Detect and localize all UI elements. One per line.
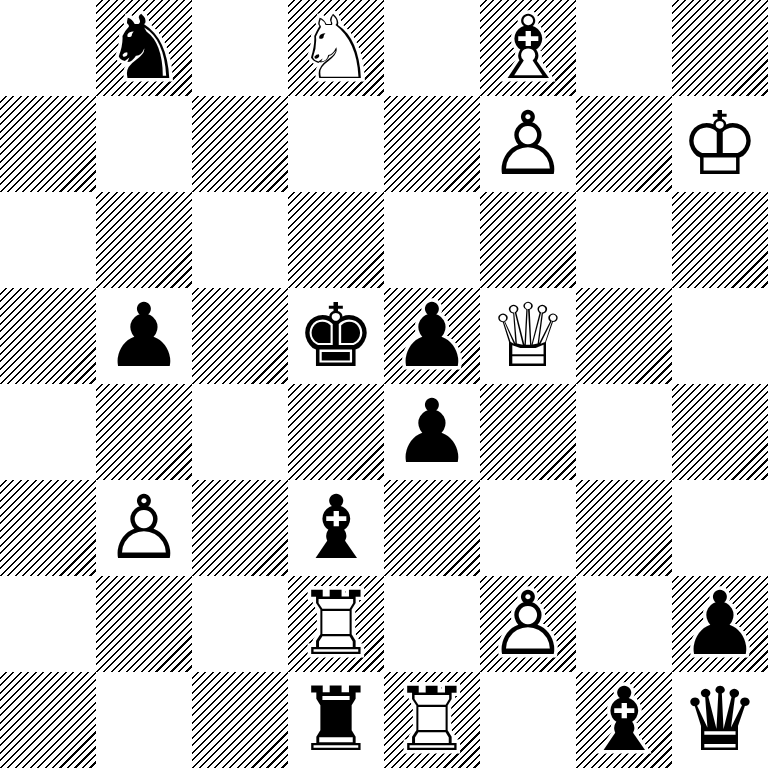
black-bishop[interactable]: ♝♝: [288, 480, 384, 576]
square-c2[interactable]: [192, 576, 288, 672]
square-c5[interactable]: [192, 288, 288, 384]
square-e8[interactable]: [384, 0, 480, 96]
black-bishop[interactable]: ♝♝: [576, 672, 672, 768]
square-a1[interactable]: [0, 672, 96, 768]
square-g1[interactable]: ♝♝: [576, 672, 672, 768]
square-g6[interactable]: [576, 192, 672, 288]
square-h4[interactable]: [672, 384, 768, 480]
black-pawn[interactable]: ♟♟: [96, 288, 192, 384]
square-a5[interactable]: [0, 288, 96, 384]
piece-glyph: ♜: [288, 672, 384, 768]
square-g3[interactable]: [576, 480, 672, 576]
square-f6[interactable]: [480, 192, 576, 288]
square-e7[interactable]: [384, 96, 480, 192]
square-f5[interactable]: ♛♕: [480, 288, 576, 384]
white-knight[interactable]: ♞♘: [288, 0, 384, 96]
square-e3[interactable]: [384, 480, 480, 576]
square-g4[interactable]: [576, 384, 672, 480]
square-a6[interactable]: [0, 192, 96, 288]
square-h2[interactable]: ♟♟: [672, 576, 768, 672]
square-h8[interactable]: [672, 0, 768, 96]
square-d1[interactable]: ♜♜: [288, 672, 384, 768]
piece-glyph: ♟: [384, 384, 480, 480]
square-h5[interactable]: [672, 288, 768, 384]
square-b4[interactable]: [96, 384, 192, 480]
square-f3[interactable]: [480, 480, 576, 576]
black-knight[interactable]: ♞♞: [96, 0, 192, 96]
piece-glyph: ♘: [288, 0, 384, 96]
black-king[interactable]: ♚♚: [288, 288, 384, 384]
chess-board: ♞♞♞♘♝♗♟♙♚♔♟♟♚♚♟♟♛♕♟♟♟♙♝♝♜♖♟♙♟♟♜♜♜♖♝♝♛♛: [0, 0, 768, 768]
piece-glyph: ♟: [384, 288, 480, 384]
white-rook[interactable]: ♜♖: [288, 576, 384, 672]
piece-glyph: ♖: [384, 672, 480, 768]
square-c3[interactable]: [192, 480, 288, 576]
piece-glyph: ♝: [576, 672, 672, 768]
square-a2[interactable]: [0, 576, 96, 672]
square-b2[interactable]: [96, 576, 192, 672]
black-rook[interactable]: ♜♜: [288, 672, 384, 768]
square-e2[interactable]: [384, 576, 480, 672]
white-king[interactable]: ♚♔: [672, 96, 768, 192]
square-d5[interactable]: ♚♚: [288, 288, 384, 384]
square-e6[interactable]: [384, 192, 480, 288]
square-e4[interactable]: ♟♟: [384, 384, 480, 480]
square-c4[interactable]: [192, 384, 288, 480]
piece-glyph: ♙: [480, 576, 576, 672]
white-bishop[interactable]: ♝♗: [480, 0, 576, 96]
piece-glyph: ♙: [480, 96, 576, 192]
white-rook[interactable]: ♜♖: [384, 672, 480, 768]
square-d6[interactable]: [288, 192, 384, 288]
square-d8[interactable]: ♞♘: [288, 0, 384, 96]
square-a7[interactable]: [0, 96, 96, 192]
black-queen[interactable]: ♛♛: [672, 672, 768, 768]
square-b5[interactable]: ♟♟: [96, 288, 192, 384]
square-h6[interactable]: [672, 192, 768, 288]
square-f8[interactable]: ♝♗: [480, 0, 576, 96]
white-pawn[interactable]: ♟♙: [480, 576, 576, 672]
white-queen[interactable]: ♛♕: [480, 288, 576, 384]
square-a3[interactable]: [0, 480, 96, 576]
piece-glyph: ♟: [96, 288, 192, 384]
piece-glyph: ♛: [672, 672, 768, 768]
square-a4[interactable]: [0, 384, 96, 480]
square-b8[interactable]: ♞♞: [96, 0, 192, 96]
square-d3[interactable]: ♝♝: [288, 480, 384, 576]
square-b7[interactable]: [96, 96, 192, 192]
square-b6[interactable]: [96, 192, 192, 288]
square-b1[interactable]: [96, 672, 192, 768]
square-b3[interactable]: ♟♙: [96, 480, 192, 576]
chess-diagram: ♞♞♞♘♝♗♟♙♚♔♟♟♚♚♟♟♛♕♟♟♟♙♝♝♜♖♟♙♟♟♜♜♜♖♝♝♛♛: [0, 0, 768, 768]
square-g5[interactable]: [576, 288, 672, 384]
piece-glyph: ♔: [672, 96, 768, 192]
square-g2[interactable]: [576, 576, 672, 672]
piece-glyph: ♚: [288, 288, 384, 384]
square-f2[interactable]: ♟♙: [480, 576, 576, 672]
piece-glyph: ♞: [96, 0, 192, 96]
square-e5[interactable]: ♟♟: [384, 288, 480, 384]
square-g8[interactable]: [576, 0, 672, 96]
piece-glyph: ♖: [288, 576, 384, 672]
black-pawn[interactable]: ♟♟: [384, 288, 480, 384]
square-a8[interactable]: [0, 0, 96, 96]
piece-glyph: ♗: [480, 0, 576, 96]
square-d2[interactable]: ♜♖: [288, 576, 384, 672]
black-pawn[interactable]: ♟♟: [672, 576, 768, 672]
square-h3[interactable]: [672, 480, 768, 576]
square-c8[interactable]: [192, 0, 288, 96]
white-pawn[interactable]: ♟♙: [480, 96, 576, 192]
square-d4[interactable]: [288, 384, 384, 480]
square-d7[interactable]: [288, 96, 384, 192]
piece-glyph: ♕: [480, 288, 576, 384]
square-g7[interactable]: [576, 96, 672, 192]
square-e1[interactable]: ♜♖: [384, 672, 480, 768]
square-f7[interactable]: ♟♙: [480, 96, 576, 192]
square-h7[interactable]: ♚♔: [672, 96, 768, 192]
square-c7[interactable]: [192, 96, 288, 192]
white-pawn[interactable]: ♟♙: [96, 480, 192, 576]
square-c6[interactable]: [192, 192, 288, 288]
square-f1[interactable]: [480, 672, 576, 768]
square-c1[interactable]: [192, 672, 288, 768]
black-pawn[interactable]: ♟♟: [384, 384, 480, 480]
square-h1[interactable]: ♛♛: [672, 672, 768, 768]
piece-glyph: ♟: [672, 576, 768, 672]
piece-glyph: ♙: [96, 480, 192, 576]
square-f4[interactable]: [480, 384, 576, 480]
piece-glyph: ♝: [288, 480, 384, 576]
